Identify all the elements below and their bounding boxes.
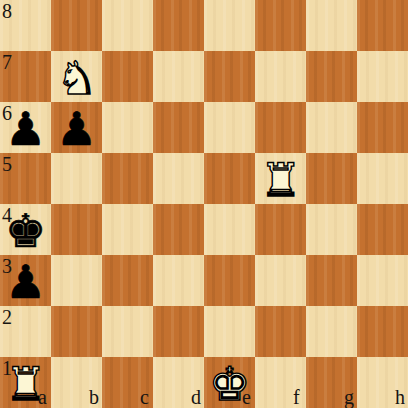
square-e3[interactable] bbox=[204, 255, 255, 306]
square-h6[interactable] bbox=[357, 102, 408, 153]
square-e6[interactable] bbox=[204, 102, 255, 153]
square-f8[interactable] bbox=[255, 0, 306, 51]
square-g8[interactable] bbox=[306, 0, 357, 51]
square-g3[interactable] bbox=[306, 255, 357, 306]
square-g6[interactable] bbox=[306, 102, 357, 153]
square-f5[interactable]: ♜ bbox=[255, 153, 306, 204]
square-g5[interactable] bbox=[306, 153, 357, 204]
square-c2[interactable] bbox=[102, 306, 153, 357]
square-e7[interactable] bbox=[204, 51, 255, 102]
square-h4[interactable] bbox=[357, 204, 408, 255]
file-label-e: e bbox=[242, 387, 251, 407]
square-b2[interactable] bbox=[51, 306, 102, 357]
square-g7[interactable] bbox=[306, 51, 357, 102]
square-h3[interactable] bbox=[357, 255, 408, 306]
file-label-d: d bbox=[191, 387, 201, 407]
rank-label-8: 8 bbox=[2, 1, 12, 21]
square-f4[interactable] bbox=[255, 204, 306, 255]
square-e2[interactable] bbox=[204, 306, 255, 357]
file-label-f: f bbox=[293, 387, 300, 407]
rank-label-3: 3 bbox=[2, 256, 12, 276]
square-f7[interactable] bbox=[255, 51, 306, 102]
piece-black-pawn-b6[interactable]: ♟ bbox=[56, 106, 97, 152]
square-f3[interactable] bbox=[255, 255, 306, 306]
chess-board: ♞♟♟♜♚♟♜♚87654321abcdefgh bbox=[0, 0, 408, 408]
square-h7[interactable] bbox=[357, 51, 408, 102]
square-b8[interactable] bbox=[51, 0, 102, 51]
rank-label-6: 6 bbox=[2, 103, 12, 123]
rank-label-7: 7 bbox=[2, 52, 12, 72]
file-label-b: b bbox=[89, 387, 99, 407]
square-e4[interactable] bbox=[204, 204, 255, 255]
square-c8[interactable] bbox=[102, 0, 153, 51]
square-d4[interactable] bbox=[153, 204, 204, 255]
square-b7[interactable]: ♞ bbox=[51, 51, 102, 102]
square-b6[interactable]: ♟ bbox=[51, 102, 102, 153]
square-d7[interactable] bbox=[153, 51, 204, 102]
file-label-a: a bbox=[38, 387, 47, 407]
square-h8[interactable] bbox=[357, 0, 408, 51]
square-d2[interactable] bbox=[153, 306, 204, 357]
rank-label-4: 4 bbox=[2, 205, 12, 225]
square-b4[interactable] bbox=[51, 204, 102, 255]
square-d8[interactable] bbox=[153, 0, 204, 51]
square-d6[interactable] bbox=[153, 102, 204, 153]
square-f6[interactable] bbox=[255, 102, 306, 153]
file-label-g: g bbox=[344, 387, 354, 407]
rank-label-5: 5 bbox=[2, 154, 12, 174]
rank-label-2: 2 bbox=[2, 307, 12, 327]
square-f2[interactable] bbox=[255, 306, 306, 357]
square-g2[interactable] bbox=[306, 306, 357, 357]
rank-label-1: 1 bbox=[2, 358, 12, 378]
piece-white-knight-b7[interactable]: ♞ bbox=[56, 55, 97, 101]
file-label-h: h bbox=[395, 387, 405, 407]
square-d3[interactable] bbox=[153, 255, 204, 306]
square-c7[interactable] bbox=[102, 51, 153, 102]
square-b3[interactable] bbox=[51, 255, 102, 306]
square-g4[interactable] bbox=[306, 204, 357, 255]
square-h5[interactable] bbox=[357, 153, 408, 204]
square-c4[interactable] bbox=[102, 204, 153, 255]
square-d5[interactable] bbox=[153, 153, 204, 204]
square-e5[interactable] bbox=[204, 153, 255, 204]
square-c5[interactable] bbox=[102, 153, 153, 204]
piece-white-rook-f5[interactable]: ♜ bbox=[260, 157, 301, 203]
square-c3[interactable] bbox=[102, 255, 153, 306]
file-label-c: c bbox=[140, 387, 149, 407]
square-c6[interactable] bbox=[102, 102, 153, 153]
square-e8[interactable] bbox=[204, 0, 255, 51]
square-b5[interactable] bbox=[51, 153, 102, 204]
square-h2[interactable] bbox=[357, 306, 408, 357]
